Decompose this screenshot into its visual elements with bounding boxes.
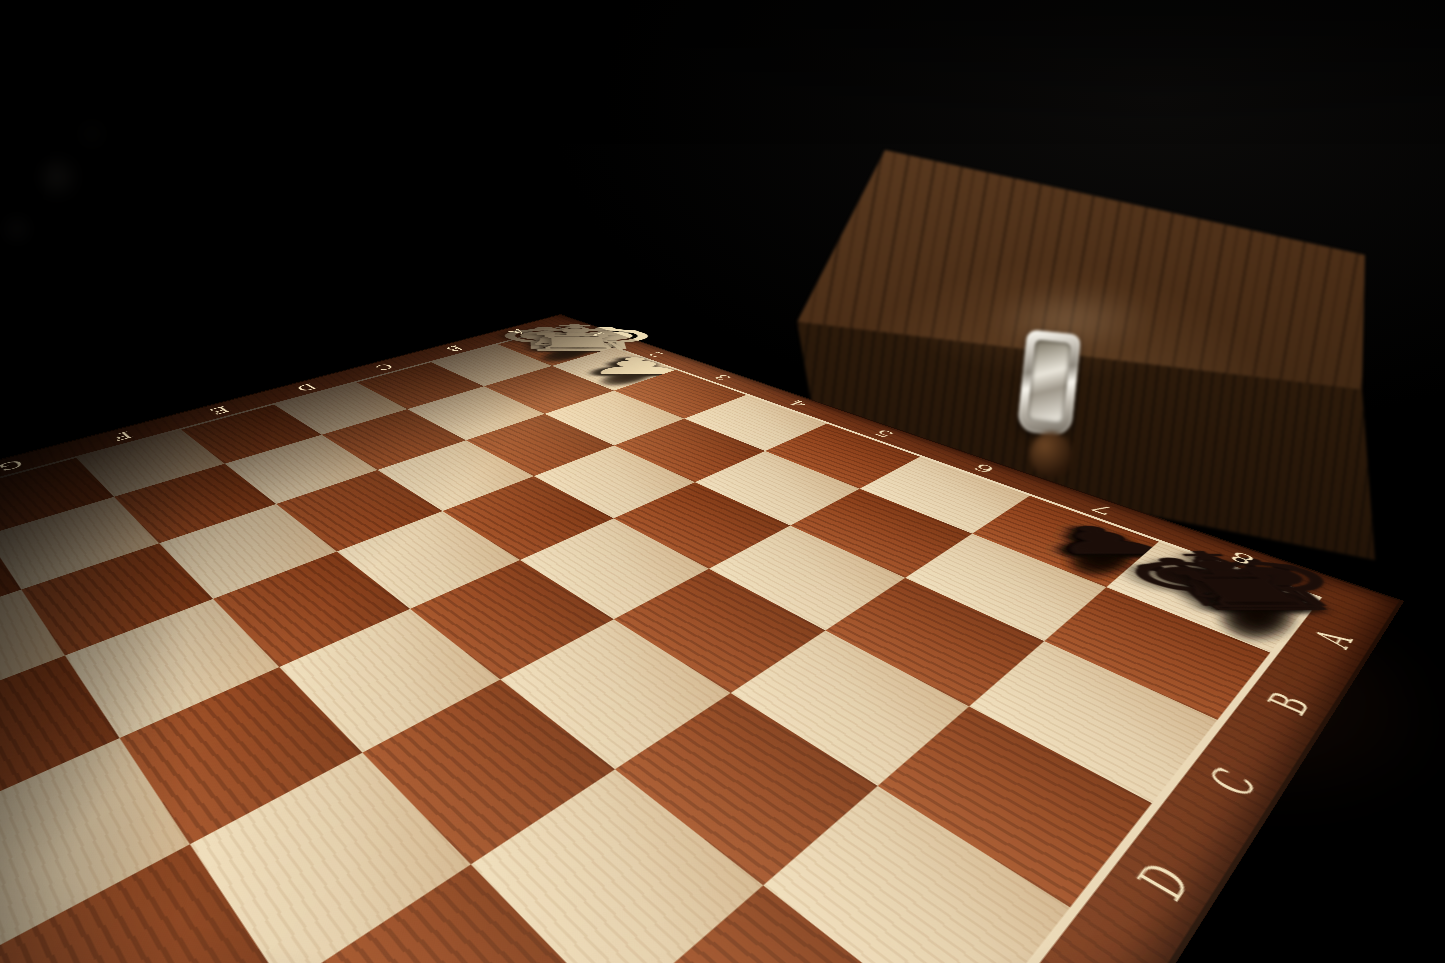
square-f4 [212,551,409,667]
piece-white-pawn-a2: ♟ [579,355,699,378]
square-a8: ♜♞♝♛♚♝♞♜ [1106,541,1314,652]
square-e6 [500,619,730,769]
board-playing-field: ♜♞♝♛♚♝♞♜♟♟♟♟♟♟♟♟♟♟♟♟♟♟♟♟♜♞♝♛♚♝♞♜ [0,327,1322,963]
square-e5 [410,560,614,680]
square-f8 [615,885,964,963]
square-e7 [614,693,877,886]
file-label-bottom-A: A [1304,624,1365,654]
square-g3 [21,543,212,655]
square-b8 [1044,587,1270,720]
square-h6 [0,844,285,963]
file-label-bottom-D: D [1124,852,1205,912]
rank-label-right-4: 4 [784,398,811,408]
square-e8 [763,786,1070,963]
photo-stage: ♜♞♝♛♚♝♞♜♟♟♟♟♟♟♟♟♟♟♟♟♟♟♟♟♜♞♝♛♚♝♞♜ 1122334… [0,0,1445,963]
square-h5 [0,738,190,960]
file-label-bottom-C: C [1197,760,1270,806]
square-h4 [0,655,120,825]
square-d7 [730,630,969,786]
square-d8 [877,706,1152,907]
board-scene: ♜♞♝♛♚♝♞♜♟♟♟♟♟♟♟♟♟♟♟♟♟♟♟♟♜♞♝♛♚♝♞♜ 1122334… [0,0,1445,963]
square-d6 [614,569,825,693]
square-f6 [362,680,614,865]
square-g7 [285,864,615,963]
file-label-bottom-B: B [1256,685,1322,722]
square-g5 [120,667,362,844]
chess-board: ♜♞♝♛♚♝♞♜♟♟♟♟♟♟♟♟♟♟♟♟♟♟♟♟♜♞♝♛♚♝♞♜ 1122334… [0,314,1404,963]
square-c8 [969,641,1217,803]
square-h3 [0,589,65,723]
square-f5 [279,609,500,753]
rank-label-right-3: 3 [710,373,735,382]
square-c7 [825,578,1044,706]
square-f7 [470,769,763,963]
square-g6 [190,753,469,963]
square-g4 [65,599,279,738]
